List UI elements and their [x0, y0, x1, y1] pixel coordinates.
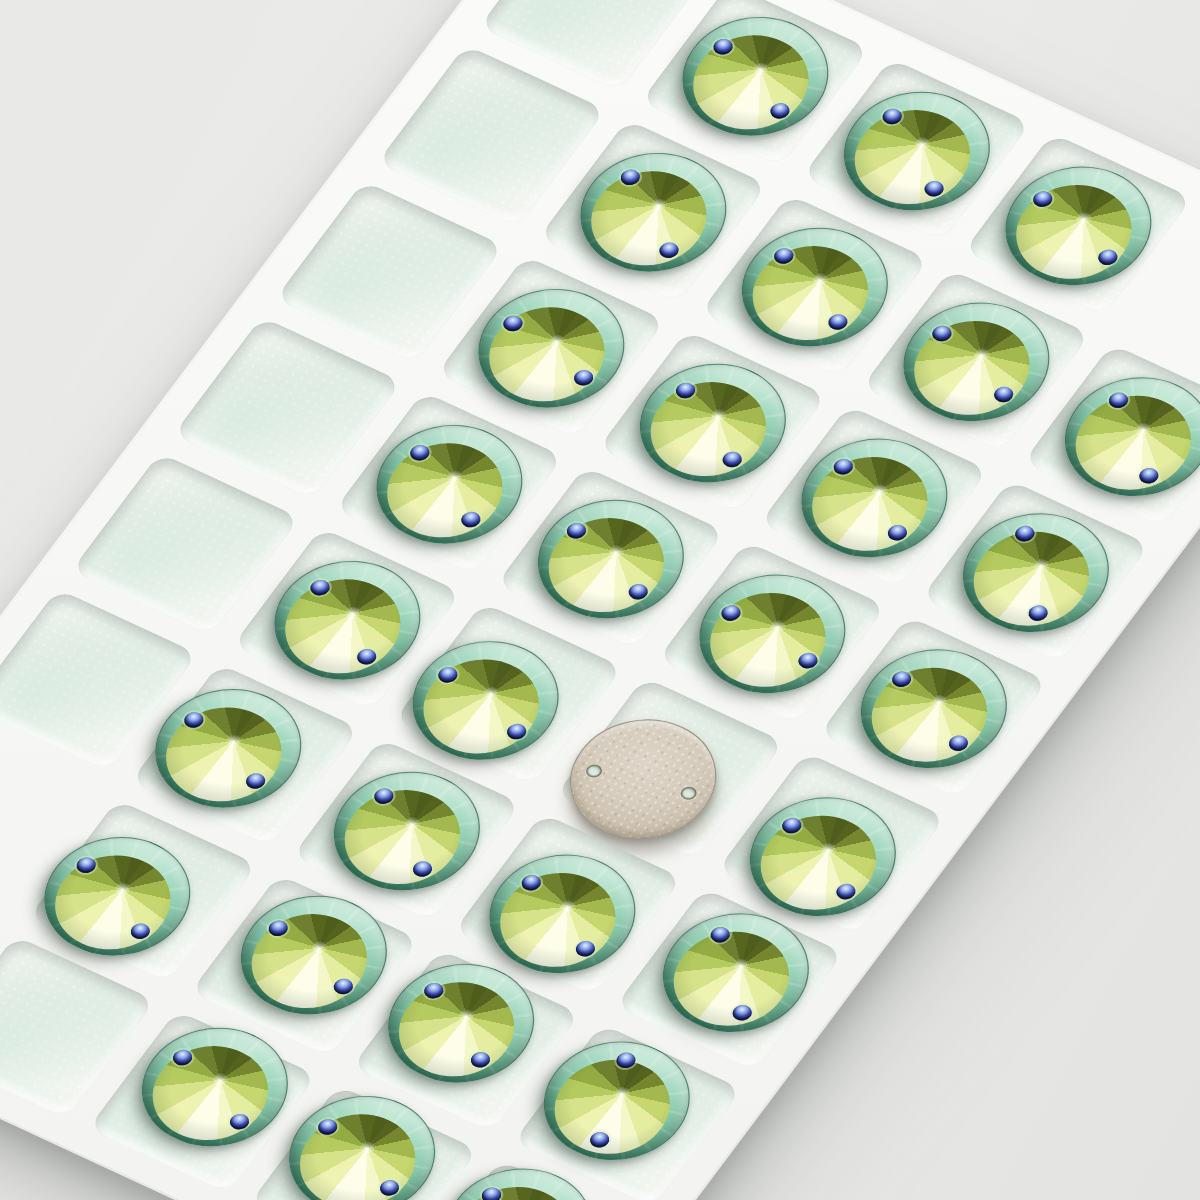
sew-hole: [678, 785, 700, 802]
cone-facets: [278, 1098, 437, 1200]
sew-hole: [584, 762, 606, 779]
photo-stage: [0, 0, 1200, 1200]
tray: [0, 0, 1200, 1200]
